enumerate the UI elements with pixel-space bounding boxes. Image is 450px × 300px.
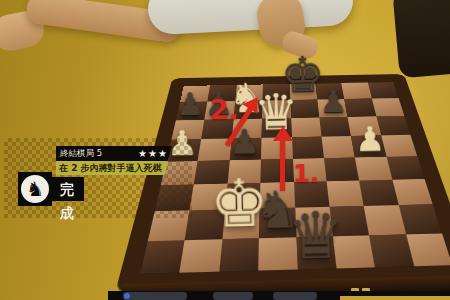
square-d6[interactable]: ♛ [262, 118, 292, 138]
controller-hint-button[interactable] [123, 292, 187, 300]
square-a1[interactable] [140, 240, 185, 274]
mission-title: 終結棋局 5 [60, 146, 102, 161]
piece-white-queen-d6[interactable]: ♛ [253, 87, 299, 137]
knight-icon: ♞ [26, 179, 44, 199]
square-b1[interactable] [180, 239, 222, 273]
star-rating: ★★★ [138, 146, 168, 161]
square-a7[interactable]: ♟ [176, 102, 208, 120]
square-h1[interactable] [406, 233, 450, 266]
square-c5[interactable]: ♟ [230, 138, 262, 160]
square-g1[interactable] [369, 234, 414, 267]
board-scene: ♚♟♟♞♟♛♟♟♟♚♞♛ [151, 17, 434, 300]
square-g5[interactable]: ♟ [351, 135, 386, 157]
controller-button-icon [124, 293, 130, 299]
badge-circle: ♞ [21, 175, 49, 203]
square-c1[interactable] [219, 238, 259, 272]
square-g7[interactable] [344, 99, 376, 117]
square-f5[interactable] [321, 136, 355, 158]
square-f4[interactable] [324, 157, 359, 181]
square-f7[interactable]: ♟ [317, 99, 347, 117]
square-h8[interactable] [368, 82, 399, 99]
piece-black-queen-e1[interactable]: ♛ [286, 202, 345, 268]
controller-hint-button[interactable] [273, 292, 317, 300]
square-g4[interactable] [355, 156, 392, 180]
square-h2[interactable] [398, 205, 442, 235]
square-e5[interactable] [292, 137, 324, 159]
controller-hint-button[interactable] [213, 292, 253, 300]
mission-title-bar: 終結棋局 5 ★★★ [56, 146, 172, 161]
square-h7[interactable] [372, 98, 405, 116]
square-e1[interactable]: ♛ [296, 236, 336, 269]
square-b5[interactable] [198, 139, 232, 161]
square-f6[interactable] [319, 117, 351, 137]
square-h3[interactable] [392, 179, 433, 206]
square-h4[interactable] [386, 156, 424, 180]
mission-badge: ♞ [18, 172, 52, 206]
square-g2[interactable] [364, 205, 406, 235]
square-h5[interactable] [381, 135, 417, 157]
status-complete: 完成 [52, 177, 84, 201]
square-d5[interactable] [261, 137, 292, 159]
bottom-hud-bar [108, 291, 450, 300]
piece-white-pawn-g5[interactable]: ♟ [355, 122, 386, 156]
piece-black-pawn-c5[interactable]: ♟ [229, 124, 260, 159]
piece-black-pawn-a7[interactable]: ♟ [176, 88, 205, 120]
piece-black-pawn-f7[interactable]: ♟ [319, 85, 347, 116]
mission-objective: 在 2 步內將對手逼入死棋 [56, 161, 168, 175]
hud-gold-strip [340, 296, 450, 300]
